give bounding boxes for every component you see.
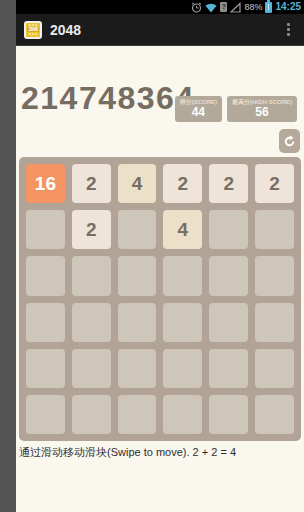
instruction-text: 通过滑动移动滑块(Swipe to move). 2 + 2 = 4: [19, 445, 236, 460]
battery-percent: 88%: [244, 0, 262, 14]
empty-cell: [209, 303, 248, 342]
empty-cell: [26, 256, 65, 295]
empty-cell: [118, 395, 157, 434]
empty-cell: [255, 303, 294, 342]
empty-cell: [72, 303, 111, 342]
app-icon: 2048: [24, 21, 42, 39]
empty-cell: [209, 256, 248, 295]
alarm-icon: [191, 2, 202, 13]
high-score-box: 最高分(HIGH SCORE) 56: [227, 96, 297, 122]
empty-cell: [72, 256, 111, 295]
empty-cell: [209, 349, 248, 388]
empty-cell: [209, 210, 248, 249]
tile-2: 2: [163, 164, 202, 203]
game-content: 214748364 得分(SCORE) 44 最高分(HIGH SCORE) 5…: [16, 46, 304, 512]
empty-cell: [163, 349, 202, 388]
empty-cell: [255, 349, 294, 388]
empty-cell: [72, 395, 111, 434]
restart-button[interactable]: [279, 129, 300, 153]
tile-2: 2: [209, 164, 248, 203]
overflow-menu-button[interactable]: [281, 19, 296, 40]
empty-cell: [118, 210, 157, 249]
empty-cell: [72, 349, 111, 388]
high-score-value: 56: [255, 106, 268, 119]
wifi-icon: [205, 2, 217, 13]
empty-cell: [163, 303, 202, 342]
app-icon-label: 2048: [27, 27, 38, 32]
signal-triangle-icon: [230, 2, 241, 13]
score-value: 44: [192, 106, 205, 119]
empty-cell: [209, 395, 248, 434]
tile-2: 2: [72, 210, 111, 249]
tile-2: 2: [255, 164, 294, 203]
empty-cell: [26, 210, 65, 249]
empty-cell: [26, 303, 65, 342]
score-panel: 得分(SCORE) 44 最高分(HIGH SCORE) 56: [175, 96, 297, 122]
status-bar: ? 88% 14:25: [16, 0, 304, 14]
tile-4: 4: [163, 210, 202, 249]
tile-16: 16: [26, 164, 65, 203]
phone-screen: ? 88% 14:25 2048 2048 214748364 得分(SCORE…: [16, 0, 304, 512]
tile-2: 2: [72, 164, 111, 203]
score-box: 得分(SCORE) 44: [175, 96, 222, 122]
empty-cell: [163, 256, 202, 295]
status-time: 14:25: [275, 0, 301, 14]
empty-cell: [26, 395, 65, 434]
battery-icon: [265, 2, 272, 13]
empty-cell: [118, 256, 157, 295]
big-score-display: 214748364: [21, 82, 195, 114]
action-bar: 2048 2048: [16, 14, 304, 46]
no-sim-icon: ?: [220, 2, 227, 12]
refresh-icon: [283, 135, 296, 148]
empty-cell: [118, 349, 157, 388]
empty-cell: [255, 395, 294, 434]
empty-cell: [118, 303, 157, 342]
game-board[interactable]: 162422224: [19, 157, 301, 441]
app-title: 2048: [50, 22, 81, 38]
empty-cell: [255, 256, 294, 295]
empty-cell: [26, 349, 65, 388]
empty-cell: [163, 395, 202, 434]
empty-cell: [255, 210, 294, 249]
tile-4: 4: [118, 164, 157, 203]
